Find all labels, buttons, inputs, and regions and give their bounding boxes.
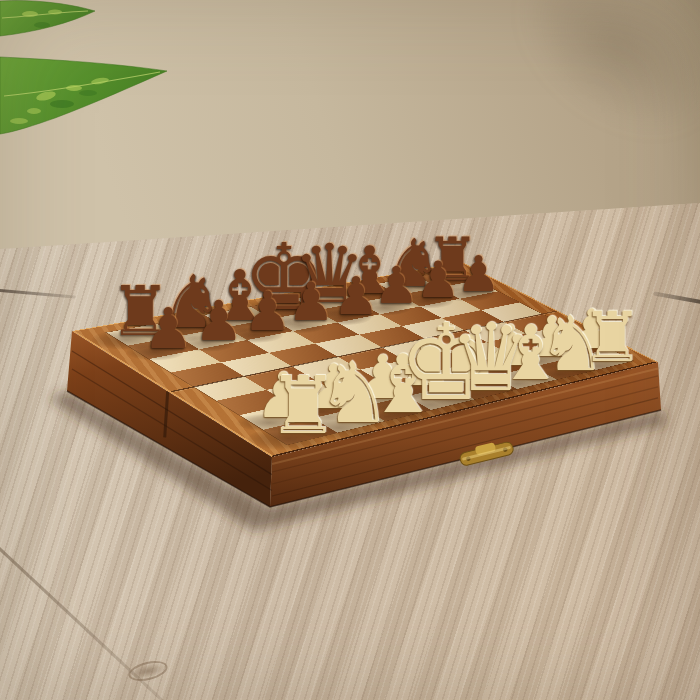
product-photo-scene: ♜♞♝♚♛♝♞♜♟♟♟♟♟♟♟♟♟♟♟♟♟♟♟♟♜♞♝♚♛♝♞♜ (0, 0, 700, 700)
